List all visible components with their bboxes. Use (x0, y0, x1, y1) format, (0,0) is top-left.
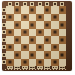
square-f6[interactable] (44, 21, 52, 29)
square-f2[interactable] (44, 51, 52, 59)
square-b6[interactable] (14, 21, 22, 29)
chess-board (2, 1, 72, 71)
square-c5[interactable] (21, 29, 29, 37)
square-c7[interactable] (21, 14, 29, 22)
square-a6[interactable] (6, 21, 14, 29)
square-b7[interactable] (14, 14, 22, 22)
square-f3[interactable] (44, 44, 52, 52)
square-f4[interactable] (44, 36, 52, 44)
square-f5[interactable] (44, 29, 52, 37)
square-d7[interactable] (29, 14, 37, 22)
square-h7[interactable] (59, 14, 67, 22)
photo-background (0, 0, 75, 75)
square-e5[interactable] (36, 29, 44, 37)
square-g8[interactable] (51, 6, 59, 14)
square-h3[interactable] (59, 44, 67, 52)
square-d4[interactable] (29, 36, 37, 44)
square-a5[interactable] (6, 29, 14, 37)
square-g4[interactable] (51, 36, 59, 44)
square-a7[interactable] (6, 14, 14, 22)
square-g3[interactable] (51, 44, 59, 52)
square-c3[interactable] (21, 44, 29, 52)
square-c8[interactable] (21, 6, 29, 14)
square-d6[interactable] (29, 21, 37, 29)
square-e6[interactable] (36, 21, 44, 29)
square-b2[interactable] (14, 51, 22, 59)
square-a3[interactable] (6, 44, 14, 52)
square-a2[interactable] (6, 51, 14, 59)
square-g5[interactable] (51, 29, 59, 37)
square-b8[interactable] (14, 6, 22, 14)
square-a4[interactable] (6, 36, 14, 44)
square-g7[interactable] (51, 14, 59, 22)
square-h4[interactable] (59, 36, 67, 44)
square-h6[interactable] (59, 21, 67, 29)
square-f7[interactable] (44, 14, 52, 22)
square-g6[interactable] (51, 21, 59, 29)
square-h5[interactable] (59, 29, 67, 37)
square-d8[interactable] (29, 6, 37, 14)
square-f8[interactable] (44, 6, 52, 14)
square-a8[interactable] (6, 6, 14, 14)
square-e7[interactable] (36, 14, 44, 22)
square-e2[interactable] (36, 51, 44, 59)
square-d3[interactable] (29, 44, 37, 52)
square-h8[interactable] (59, 6, 67, 14)
square-g2[interactable] (51, 51, 59, 59)
square-b5[interactable] (14, 29, 22, 37)
board-squares (6, 6, 66, 66)
square-h2[interactable] (59, 51, 67, 59)
square-e4[interactable] (36, 36, 44, 44)
square-e8[interactable] (36, 6, 44, 14)
square-c4[interactable] (21, 36, 29, 44)
square-c2[interactable] (21, 51, 29, 59)
square-e3[interactable] (36, 44, 44, 52)
square-b3[interactable] (14, 44, 22, 52)
square-c6[interactable] (21, 21, 29, 29)
square-d2[interactable] (29, 51, 37, 59)
frame-bottom-checker-strip (5, 69, 67, 70)
square-d5[interactable] (29, 29, 37, 37)
square-b4[interactable] (14, 36, 22, 44)
